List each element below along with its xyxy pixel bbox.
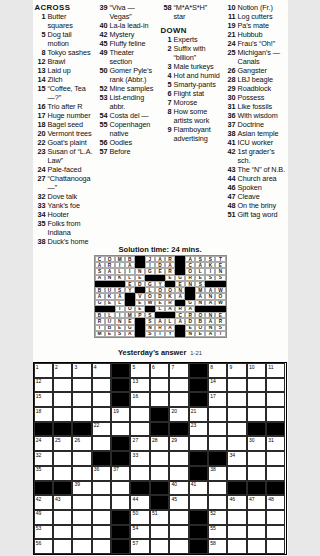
grid-cell-r12c12[interactable]: [247, 525, 266, 540]
cell-number: 58: [210, 541, 216, 547]
cell-number: 17: [210, 394, 216, 400]
clue-number: 15: [35, 84, 46, 93]
grid-cell-r4c5[interactable]: 19: [111, 407, 130, 422]
clue-number: 2: [161, 44, 172, 53]
grid-cell-r12c3[interactable]: [72, 525, 91, 540]
down-clue-1: 1Experts: [161, 35, 221, 44]
clue-number: 23: [35, 147, 46, 156]
across-clue-33: 33Yank’s foe: [35, 201, 94, 210]
grid-cell-r1c7[interactable]: 6: [150, 363, 169, 378]
across-clue-32: 32Dove talk: [35, 192, 94, 201]
grid-cell-r5c1: [34, 422, 53, 437]
down-header: DOWN: [161, 26, 221, 35]
solution-cell-r13c5: [135, 331, 145, 337]
grid-cell-r8c2[interactable]: [53, 466, 72, 481]
across-clue-58: 58“M*A*S*H” star: [161, 3, 221, 21]
clue-number: 5: [35, 30, 46, 39]
solution-cell-r13c1: M: [95, 331, 105, 337]
solution-cell-r13c3: S: [115, 331, 125, 337]
cell-number: 52: [210, 511, 216, 517]
grid-cell-r4c12[interactable]: [247, 407, 266, 422]
cell-number: 38: [210, 467, 216, 473]
solution-cell-r13c9: [175, 331, 185, 337]
grid-cell-r9c6: [130, 481, 149, 496]
clue-number: 38: [35, 237, 46, 246]
down-clue-7: 7Morose: [161, 98, 221, 107]
clue-number: 49: [97, 48, 108, 57]
grid-cell-r9c11: [227, 481, 246, 496]
grid-cell-r13c4[interactable]: [92, 539, 111, 554]
cell-number: 24: [36, 438, 42, 444]
cell-number: 6: [152, 365, 155, 371]
grid-cell-r11c13[interactable]: [266, 510, 285, 525]
clue-number: 42: [97, 30, 108, 39]
across-clue-14: 14Zilch: [35, 75, 94, 84]
grid-cell-r11c6[interactable]: 50: [130, 510, 149, 525]
cell-number: 2: [55, 365, 58, 371]
grid-cell-r1c11[interactable]: 9: [227, 363, 246, 378]
grid-cell-r8c11[interactable]: [227, 466, 246, 481]
grid-cell-r9c9[interactable]: 41: [189, 481, 208, 496]
grid-cell-r8c13[interactable]: [266, 466, 285, 481]
cell-number: 29: [171, 438, 177, 444]
grid-cell-r12c1[interactable]: 53: [34, 525, 53, 540]
across-clue-34: 34Hooter: [35, 210, 94, 219]
down-clue-19: 19Pa’s mate: [225, 21, 287, 30]
cell-number: 30: [249, 438, 255, 444]
grid-cell-r3c13[interactable]: [266, 392, 285, 407]
grid-cell-r11c1[interactable]: 49: [34, 510, 53, 525]
grid-cell-r10c13[interactable]: 48: [266, 495, 285, 510]
cell-number: 5: [133, 365, 136, 371]
clues-column-4: 10Notion (Fr.)11Log cutters19Pa’s mate21…: [225, 3, 287, 219]
grid-cell-r10c11[interactable]: 46: [227, 495, 246, 510]
grid-cell-r2c9: [189, 378, 208, 393]
cell-number: 13: [133, 379, 139, 385]
across-clue-17: 17Huge number: [35, 111, 94, 120]
grid-cell-r6c9[interactable]: [189, 436, 208, 451]
grid-cell-r10c4[interactable]: [92, 495, 111, 510]
grid-cell-r2c12[interactable]: [247, 378, 266, 393]
across-clue-24: 24Pale-faced: [35, 165, 94, 174]
across-clue-53: 53List-ending abbr.: [97, 93, 158, 111]
across-clue-15: 15“Coffee, Tea —?”: [35, 84, 94, 102]
grid-cell-r4c2[interactable]: [53, 407, 72, 422]
grid-cell-r3c1[interactable]: 15: [34, 392, 53, 407]
clues-column-2: 39“Viva — Vegas”40La-la lead-in42Mystery…: [97, 3, 158, 156]
grid-cell-r8c6[interactable]: [130, 466, 149, 481]
grid-cell-r6c10[interactable]: [208, 436, 227, 451]
down-clue-2: 2Suffix with “billion”: [161, 44, 221, 62]
down-clue-10: 10Notion (Fr.): [225, 3, 287, 12]
across-clue-27: 27“Chatta­nooga —”: [35, 174, 94, 192]
grid-cell-r1c3[interactable]: 3: [72, 363, 91, 378]
clue-number: 9: [161, 125, 172, 134]
cell-number: 31: [268, 438, 274, 444]
clue-number: 7: [161, 98, 172, 107]
clue-number: 48: [225, 201, 236, 210]
cell-number: 15: [36, 394, 42, 400]
down-clue-6: 6Flight stat: [161, 89, 221, 98]
grid-cell-r7c1[interactable]: 32: [34, 451, 53, 466]
grid-cell-r5c6[interactable]: [130, 422, 149, 437]
down-clue-42: 421st grader’s sch.: [225, 147, 287, 165]
grid-cell-r9c4[interactable]: [92, 481, 111, 496]
cell-number: 55: [210, 526, 216, 532]
clue-number: 18: [35, 120, 46, 129]
grid-cell-r6c7[interactable]: 28: [150, 436, 169, 451]
crossword-page: ACROSS1Butter squares5Dog tail motion8To…: [33, 0, 288, 556]
grid-cell-r12c2[interactable]: [53, 525, 72, 540]
clue-number: 3: [161, 62, 172, 71]
grid-cell-r10c5[interactable]: [111, 495, 130, 510]
cell-number: 7: [171, 365, 174, 371]
grid-cell-r3c3[interactable]: [72, 392, 91, 407]
grid-cell-r3c8[interactable]: [169, 392, 188, 407]
grid-cell-r10c3[interactable]: [72, 495, 91, 510]
clue-number: 29: [225, 84, 236, 93]
across-clue-35: 35Folks from Indiana: [35, 219, 94, 237]
clue-number: 16: [35, 102, 46, 111]
clue-number: 31: [225, 102, 236, 111]
grid-cell-r7c4: [92, 451, 111, 466]
cell-number: 50: [133, 511, 139, 517]
grid-cell-r1c4[interactable]: 4: [92, 363, 111, 378]
grid-cell-r13c8[interactable]: [169, 539, 188, 554]
grid-cell-r11c8[interactable]: [169, 510, 188, 525]
grid-cell-r10c10[interactable]: [208, 495, 227, 510]
grid-cell-r2c2[interactable]: [53, 378, 72, 393]
grid-cell-r7c12[interactable]: [247, 451, 266, 466]
cell-number: 41: [191, 482, 197, 488]
grid-cell-r1c13[interactable]: 11: [266, 363, 285, 378]
grid-cell-r2c7[interactable]: [150, 378, 169, 393]
grid-cell-r7c2[interactable]: [53, 451, 72, 466]
grid-cell-r1c12[interactable]: 10: [247, 363, 266, 378]
grid-cell-r4c13[interactable]: [266, 407, 285, 422]
cell-number: 56: [36, 541, 42, 547]
clue-number: 4: [161, 71, 172, 80]
grid-cell-r13c13[interactable]: [266, 539, 285, 554]
grid-cell-r8c12[interactable]: [247, 466, 266, 481]
across-clue-40: 40La-la lead-in: [97, 21, 158, 30]
cell-number: 54: [133, 526, 139, 532]
across-clue-20: 20Vermont trees: [35, 129, 94, 138]
clue-number: 50: [97, 66, 108, 75]
grid-cell-r4c11[interactable]: [227, 407, 246, 422]
cell-number: 53: [36, 526, 42, 532]
solution-cell-r13c12: A: [205, 331, 215, 337]
across-clue-42: 42Mystery: [97, 30, 158, 39]
grid-cell-r4c10[interactable]: [208, 407, 227, 422]
grid-cell-r8c5[interactable]: 37: [111, 466, 130, 481]
grid-cell-r4c7: [150, 407, 169, 422]
clue-number: 27: [35, 174, 46, 183]
cell-number: 28: [152, 438, 158, 444]
solution-cell-r13c8: Y: [165, 331, 175, 337]
grid-cell-r3c2[interactable]: [53, 392, 72, 407]
cell-number: 42: [36, 497, 42, 503]
grid-cell-r2c10[interactable]: 14: [208, 378, 227, 393]
cell-number: 47: [249, 497, 255, 503]
grid-cell-r5c3: [72, 422, 91, 437]
solution-cell-r13c13: T: [215, 331, 225, 337]
cell-number: 11: [268, 365, 273, 371]
clue-number: 43: [225, 165, 236, 174]
clue-number: 37: [225, 120, 236, 129]
clue-number: 6: [161, 89, 172, 98]
solution-cell-r13c7: T: [155, 331, 165, 337]
clue-number: 21: [225, 30, 236, 39]
cell-number: 44: [133, 497, 139, 503]
grid-cell-r4c9[interactable]: 21: [189, 407, 208, 422]
clue-number: 1: [161, 35, 172, 44]
down-clue-9: 9Flam­boyant advertis­ing: [161, 125, 221, 143]
grid-cell-r6c5: [111, 436, 130, 451]
grid-cell-r3c5: [111, 392, 130, 407]
cell-number: 39: [74, 482, 80, 488]
clue-number: 13: [35, 66, 46, 75]
grid-cell-r10c2[interactable]: 43: [53, 495, 72, 510]
grid-cell-r4c8[interactable]: 20: [169, 407, 188, 422]
yesterday-answer-caption: Yesterday’s answer1-21: [73, 341, 248, 359]
clue-number: 38: [225, 129, 236, 138]
down-clue-36: 36With wisdom: [225, 111, 287, 120]
grid-cell-r10c1[interactable]: 42: [34, 495, 53, 510]
grid-cell-r11c10[interactable]: 52: [208, 510, 227, 525]
grid-cell-r1c5: [111, 363, 130, 378]
grid-cell-r1c6[interactable]: 5: [130, 363, 149, 378]
down-clue-47: 47Cleave: [225, 192, 287, 201]
grid-cell-r10c12[interactable]: 47: [247, 495, 266, 510]
clue-number: 30: [225, 93, 236, 102]
grid-cell-r9c8[interactable]: 40: [169, 481, 188, 496]
grid-cell-r3c7[interactable]: [150, 392, 169, 407]
grid-cell-r12c7[interactable]: [150, 525, 169, 540]
grid-cell-r8c1[interactable]: 35: [34, 466, 53, 481]
grid-cell-r3c11[interactable]: [227, 392, 246, 407]
grid-cell-r13c1[interactable]: 56: [34, 539, 53, 554]
down-clue-37: 37Doctrine: [225, 120, 287, 129]
grid-cell-r9c5[interactable]: [111, 481, 130, 496]
solution-time-label: Solution time: 24 mins.: [80, 245, 241, 254]
yesterday-answer-grid: COMBJARASSTARIAIDACAKESALINGEROLINANKLEE…: [94, 255, 227, 338]
grid-cell-r13c7[interactable]: [150, 539, 169, 554]
grid-cell-r3c12[interactable]: [247, 392, 266, 407]
cell-number: 57: [133, 541, 139, 547]
grid-cell-r2c8[interactable]: [169, 378, 188, 393]
grid-cell-r10c8[interactable]: 45: [169, 495, 188, 510]
grid-cell-r1c8[interactable]: 7: [169, 363, 188, 378]
grid-cell-r7c7[interactable]: [150, 451, 169, 466]
grid-cell-r7c8[interactable]: [169, 451, 188, 466]
grid-cell-r4c1[interactable]: 18: [34, 407, 53, 422]
grid-cell-r5c7: [150, 422, 169, 437]
grid-cell-r7c6[interactable]: 33: [130, 451, 149, 466]
grid-cell-r6c6[interactable]: 27: [130, 436, 149, 451]
down-clue-48: 48On the briny: [225, 201, 287, 210]
grid-cell-r12c4[interactable]: [92, 525, 111, 540]
clue-number: 24: [225, 39, 236, 48]
cell-number: 19: [113, 409, 119, 415]
grid-cell-r3c9: [189, 392, 208, 407]
puzzle-date: 1-21: [190, 350, 202, 356]
grid-cell-r11c3[interactable]: [72, 510, 91, 525]
grid-cell-r13c11[interactable]: [227, 539, 246, 554]
grid-cell-r5c9[interactable]: 23: [189, 422, 208, 437]
down-clue-11: 11Log cutters: [225, 12, 287, 21]
crossword-grid: 1234567891011121314151617181920212223242…: [33, 362, 287, 555]
grid-cell-r12c11[interactable]: [227, 525, 246, 540]
grid-cell-r12c13[interactable]: [266, 525, 285, 540]
clue-number: 34: [35, 210, 46, 219]
solution-cell-r13c6: S: [145, 331, 155, 337]
grid-cell-r13c10[interactable]: 58: [208, 539, 227, 554]
down-clue-3: 3Male turkeys: [161, 62, 221, 71]
down-clue-8: 8How some artists work: [161, 107, 221, 125]
clue-number: 33: [35, 201, 46, 210]
clue-number: 36: [225, 111, 236, 120]
cell-number: 43: [55, 497, 61, 503]
across-clue-55: 55Copen­hagen native: [97, 120, 158, 138]
clue-number: 51: [225, 210, 236, 219]
across-clue-57: 57Before: [97, 147, 158, 156]
grid-cell-r2c11[interactable]: [227, 378, 246, 393]
grid-cell-r10c6[interactable]: 44: [130, 495, 149, 510]
grid-cell-r8c10[interactable]: 38: [208, 466, 227, 481]
grid-cell-r9c1: [34, 481, 53, 496]
clue-number: 41: [225, 138, 236, 147]
grid-cell-r13c5: [111, 539, 130, 554]
solution-cell-r13c11: E: [195, 331, 205, 337]
cell-number: 40: [171, 482, 177, 488]
cell-number: 35: [36, 467, 42, 473]
grid-cell-r1c2[interactable]: 2: [53, 363, 72, 378]
grid-cell-r6c11[interactable]: [227, 436, 246, 451]
grid-cell-r12c8[interactable]: [169, 525, 188, 540]
grid-cell-r11c7[interactable]: 51: [150, 510, 169, 525]
across-clue-50: 50Gomer Pyle’s rank (Abbr.): [97, 66, 158, 84]
down-clue-29: 29Road­block: [225, 84, 287, 93]
grid-cell-r2c4[interactable]: [92, 378, 111, 393]
grid-cell-r5c8: [169, 422, 188, 437]
grid-cell-r2c13[interactable]: [266, 378, 285, 393]
grid-cell-r5c4[interactable]: 22: [92, 422, 111, 437]
across-clue-13: 13Laid up: [35, 66, 94, 75]
clue-number: 12: [35, 57, 46, 66]
grid-cell-r6c13[interactable]: 31: [266, 436, 285, 451]
grid-cell-r3c4[interactable]: [92, 392, 111, 407]
grid-cell-r13c3[interactable]: [72, 539, 91, 554]
down-clue-41: 41ICU worker: [225, 138, 287, 147]
grid-cell-r9c10[interactable]: [208, 481, 227, 496]
grid-cell-r12c10[interactable]: 55: [208, 525, 227, 540]
down-clue-38: 38Asian temple: [225, 129, 287, 138]
grid-cell-r7c13[interactable]: [266, 451, 285, 466]
grid-cell-r8c9: [189, 466, 208, 481]
cell-number: 32: [36, 453, 42, 459]
down-clue-44: 44Church area: [225, 174, 287, 183]
grid-cell-r9c7: [150, 481, 169, 496]
grid-cell-r6c8[interactable]: 29: [169, 436, 188, 451]
grid-cell-r10c7: [150, 495, 169, 510]
grid-cell-r13c12[interactable]: [247, 539, 266, 554]
grid-cell-r6c3[interactable]: 26: [72, 436, 91, 451]
clue-number: 52: [97, 84, 108, 93]
grid-cell-r1c10[interactable]: 8: [208, 363, 227, 378]
clue-number: 40: [97, 21, 108, 30]
grid-cell-r11c5: [111, 510, 130, 525]
down-clue-26: 26Gangster: [225, 66, 287, 75]
down-clue-24: 24Frau’s “Oh!”: [225, 39, 287, 48]
clue-number: 58: [161, 3, 172, 12]
cell-number: 45: [171, 497, 177, 503]
grid-cell-r7c3[interactable]: [72, 451, 91, 466]
grid-cell-r4c3[interactable]: [72, 407, 91, 422]
grid-cell-r5c5[interactable]: [111, 422, 130, 437]
grid-cell-r11c4[interactable]: [92, 510, 111, 525]
grid-cell-r5c10[interactable]: [208, 422, 227, 437]
across-clue-22: 22Goat’s plaint: [35, 138, 94, 147]
grid-cell-r12c6[interactable]: 54: [130, 525, 149, 540]
grid-cell-r8c4[interactable]: 36: [92, 466, 111, 481]
cell-number: 22: [94, 423, 100, 429]
grid-cell-r3c10[interactable]: 17: [208, 392, 227, 407]
grid-cell-r7c11[interactable]: 34: [227, 451, 246, 466]
grid-cell-r3c6[interactable]: 16: [130, 392, 149, 407]
across-clue-56: 56Oodles: [97, 138, 158, 147]
grid-cell-r1c1[interactable]: 1: [34, 363, 53, 378]
clue-number: 28: [225, 75, 236, 84]
yesterday-answer-label: Yesterday’s answer: [118, 348, 186, 357]
grid-cell-r11c2[interactable]: [53, 510, 72, 525]
cell-number: 1: [36, 365, 39, 371]
grid-cell-r6c2[interactable]: 25: [53, 436, 72, 451]
across-clue-39: 39“Viva — Vegas”: [97, 3, 158, 21]
grid-cell-r4c4[interactable]: [92, 407, 111, 422]
grid-cell-r11c11[interactable]: [227, 510, 246, 525]
down-clue-5: 5Smarty-pants: [161, 80, 221, 89]
grid-cell-r2c6[interactable]: 13: [130, 378, 149, 393]
grid-cell-r9c3[interactable]: 39: [72, 481, 91, 496]
grid-cell-r8c8[interactable]: [169, 466, 188, 481]
clue-number: 14: [35, 75, 46, 84]
grid-cell-r2c1[interactable]: 12: [34, 378, 53, 393]
clues-column-3: 58“M*A*S*H” starDOWN1Experts2Suffix with…: [161, 3, 221, 143]
grid-cell-r8c7[interactable]: [150, 466, 169, 481]
grid-cell-r13c9: [189, 539, 208, 554]
grid-cell-r8c3[interactable]: [72, 466, 91, 481]
grid-cell-r4c6[interactable]: [130, 407, 149, 422]
clue-number: 11: [225, 12, 236, 21]
cell-number: 26: [74, 438, 80, 444]
grid-cell-r13c2[interactable]: [53, 539, 72, 554]
across-clue-16: 16Trio after R: [35, 102, 94, 111]
grid-cell-r13c6[interactable]: 57: [130, 539, 149, 554]
grid-cell-r6c12[interactable]: 30: [247, 436, 266, 451]
grid-cell-r6c1[interactable]: 24: [34, 436, 53, 451]
grid-cell-r2c3[interactable]: [72, 378, 91, 393]
grid-cell-r11c12[interactable]: [247, 510, 266, 525]
clue-number: 42: [225, 147, 236, 156]
grid-cell-r10c9[interactable]: [189, 495, 208, 510]
clue-number: 53: [97, 93, 108, 102]
across-clue-49: 49Theater section: [97, 48, 158, 66]
clue-number: 35: [35, 219, 46, 228]
grid-cell-r6c4[interactable]: [92, 436, 111, 451]
grid-cell-r5c2: [53, 422, 72, 437]
grid-cell-r5c11[interactable]: [227, 422, 246, 437]
